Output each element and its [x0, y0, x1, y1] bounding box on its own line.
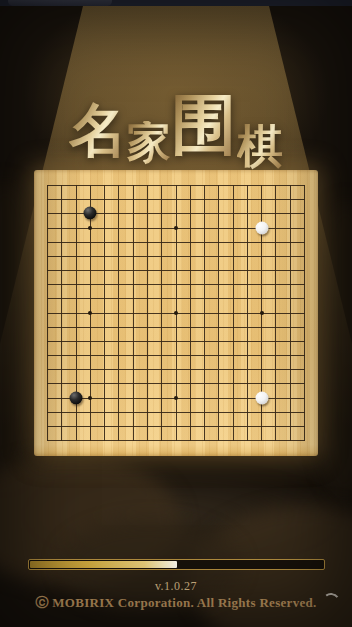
star-point [174, 226, 178, 230]
app-title: 名 家 围 棋 [0, 60, 352, 160]
go-board-grid [47, 185, 305, 441]
star-point [174, 396, 178, 400]
title-char: 棋 [237, 124, 283, 170]
star-point [260, 311, 264, 315]
white-stone-q4 [256, 392, 269, 405]
copyright-text: ⓒ MOBIRIX Corporation. All Rights Reserv… [0, 594, 352, 612]
splash-screen: 名 家 围 棋 v.1.0.27 ⓒ MOBIRIX Corporation. … [0, 0, 352, 627]
black-stone-c4 [69, 392, 82, 405]
star-point [88, 226, 92, 230]
title-char: 名 [69, 102, 127, 160]
black-stone-d17 [84, 207, 97, 220]
star-point [88, 396, 92, 400]
go-board [34, 170, 318, 456]
loading-bar-fill [30, 561, 177, 568]
version-text: v.1.0.27 [0, 579, 352, 594]
title-char: 家 [127, 121, 171, 165]
status-bar [0, 0, 352, 6]
white-stone-q16 [256, 221, 269, 234]
title-char: 围 [171, 92, 237, 158]
star-point [88, 311, 92, 315]
status-bar-notch [8, 0, 112, 6]
star-point [174, 311, 178, 315]
loading-bar [28, 559, 325, 570]
